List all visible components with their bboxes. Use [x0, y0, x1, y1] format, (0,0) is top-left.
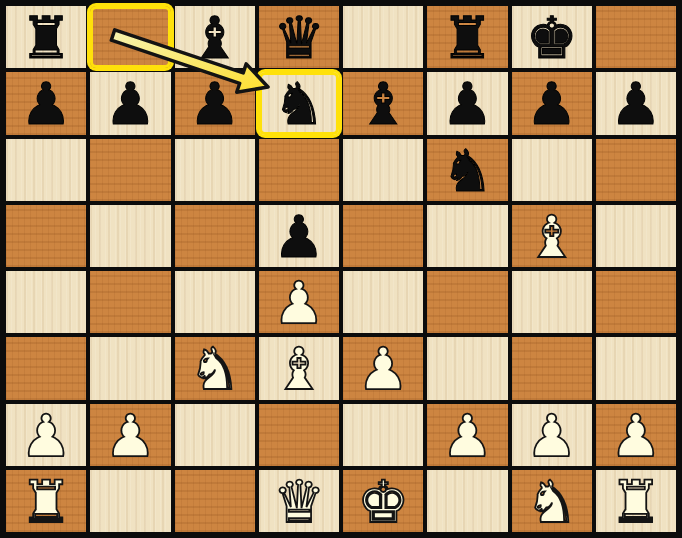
white-pawn[interactable]: ♟: [357, 338, 409, 400]
chess-app-window: ♜♝♛♜♚♟♟♟♞♝♟♟♟♞♟♝♟♞♝♟♟♟♟♟♟♜♛♚♞♜: [0, 0, 682, 538]
square-e4[interactable]: [343, 271, 423, 333]
white-rook[interactable]: ♜: [20, 471, 72, 533]
black-pawn[interactable]: ♟: [441, 73, 493, 135]
square-a2[interactable]: ♟: [6, 404, 86, 466]
square-f2[interactable]: ♟: [427, 404, 507, 466]
white-rook[interactable]: ♜: [610, 471, 662, 533]
square-c4[interactable]: [175, 271, 255, 333]
square-b5[interactable]: [90, 205, 170, 267]
white-king[interactable]: ♚: [357, 471, 409, 533]
square-b6[interactable]: [90, 139, 170, 201]
square-b4[interactable]: [90, 271, 170, 333]
square-d5[interactable]: ♟: [259, 205, 339, 267]
square-d1[interactable]: ♛: [259, 470, 339, 532]
white-knight[interactable]: ♞: [189, 338, 241, 400]
square-f4[interactable]: [427, 271, 507, 333]
white-pawn[interactable]: ♟: [273, 272, 325, 334]
square-c3[interactable]: ♞: [175, 337, 255, 399]
square-f8[interactable]: ♜: [427, 6, 507, 68]
square-d2[interactable]: [259, 404, 339, 466]
white-queen[interactable]: ♛: [273, 471, 325, 533]
square-d8[interactable]: ♛: [259, 6, 339, 68]
white-pawn[interactable]: ♟: [526, 405, 578, 467]
square-e6[interactable]: [343, 139, 423, 201]
white-pawn[interactable]: ♟: [104, 405, 156, 467]
square-f6[interactable]: ♞: [427, 139, 507, 201]
white-pawn[interactable]: ♟: [20, 405, 72, 467]
black-bishop[interactable]: ♝: [357, 73, 409, 135]
square-a8[interactable]: ♜: [6, 6, 86, 68]
square-b7[interactable]: ♟: [90, 72, 170, 134]
square-e8[interactable]: [343, 6, 423, 68]
square-h4[interactable]: [596, 271, 676, 333]
square-b1[interactable]: [90, 470, 170, 532]
square-e5[interactable]: [343, 205, 423, 267]
black-pawn[interactable]: ♟: [104, 73, 156, 135]
square-a6[interactable]: [6, 139, 86, 201]
square-c8[interactable]: ♝: [175, 6, 255, 68]
square-a1[interactable]: ♜: [6, 470, 86, 532]
square-h1[interactable]: ♜: [596, 470, 676, 532]
square-c5[interactable]: [175, 205, 255, 267]
white-pawn[interactable]: ♟: [441, 405, 493, 467]
square-b3[interactable]: [90, 337, 170, 399]
square-e7[interactable]: ♝: [343, 72, 423, 134]
white-bishop[interactable]: ♝: [526, 206, 578, 268]
black-king[interactable]: ♚: [526, 7, 578, 69]
square-g6[interactable]: [512, 139, 592, 201]
square-a5[interactable]: [6, 205, 86, 267]
square-h6[interactable]: [596, 139, 676, 201]
square-d3[interactable]: ♝: [259, 337, 339, 399]
square-g4[interactable]: [512, 271, 592, 333]
black-pawn[interactable]: ♟: [20, 73, 72, 135]
square-h8[interactable]: [596, 6, 676, 68]
square-g1[interactable]: ♞: [512, 470, 592, 532]
square-g3[interactable]: [512, 337, 592, 399]
square-c2[interactable]: [175, 404, 255, 466]
square-g8[interactable]: ♚: [512, 6, 592, 68]
square-b8[interactable]: [90, 6, 170, 68]
square-f1[interactable]: [427, 470, 507, 532]
square-d7[interactable]: ♞: [259, 72, 339, 134]
square-a4[interactable]: [6, 271, 86, 333]
square-h5[interactable]: [596, 205, 676, 267]
square-e2[interactable]: [343, 404, 423, 466]
black-rook[interactable]: ♜: [20, 7, 72, 69]
square-b2[interactable]: ♟: [90, 404, 170, 466]
square-a7[interactable]: ♟: [6, 72, 86, 134]
square-g2[interactable]: ♟: [512, 404, 592, 466]
square-c1[interactable]: [175, 470, 255, 532]
square-f7[interactable]: ♟: [427, 72, 507, 134]
square-f5[interactable]: [427, 205, 507, 267]
black-pawn[interactable]: ♟: [610, 73, 662, 135]
black-queen[interactable]: ♛: [273, 7, 325, 69]
square-g7[interactable]: ♟: [512, 72, 592, 134]
square-c7[interactable]: ♟: [175, 72, 255, 134]
black-pawn[interactable]: ♟: [273, 206, 325, 268]
white-pawn[interactable]: ♟: [610, 405, 662, 467]
chess-board: ♜♝♛♜♚♟♟♟♞♝♟♟♟♞♟♝♟♞♝♟♟♟♟♟♟♜♛♚♞♜: [0, 0, 682, 538]
black-bishop[interactable]: ♝: [189, 7, 241, 69]
square-g5[interactable]: ♝: [512, 205, 592, 267]
black-pawn[interactable]: ♟: [526, 73, 578, 135]
square-d4[interactable]: ♟: [259, 271, 339, 333]
square-c6[interactable]: [175, 139, 255, 201]
square-h3[interactable]: [596, 337, 676, 399]
black-pawn[interactable]: ♟: [189, 73, 241, 135]
square-a3[interactable]: [6, 337, 86, 399]
square-d6[interactable]: [259, 139, 339, 201]
black-knight[interactable]: ♞: [273, 73, 325, 135]
white-bishop[interactable]: ♝: [273, 338, 325, 400]
square-f3[interactable]: [427, 337, 507, 399]
square-h2[interactable]: ♟: [596, 404, 676, 466]
black-knight[interactable]: ♞: [441, 140, 493, 202]
black-rook[interactable]: ♜: [441, 7, 493, 69]
square-e1[interactable]: ♚: [343, 470, 423, 532]
square-h7[interactable]: ♟: [596, 72, 676, 134]
white-knight[interactable]: ♞: [526, 471, 578, 533]
square-e3[interactable]: ♟: [343, 337, 423, 399]
